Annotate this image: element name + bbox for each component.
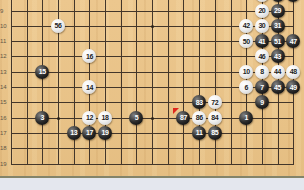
stone-move-number: 41 (258, 38, 265, 45)
stone-move-number: 56 (55, 22, 62, 29)
row-coordinate-label: 16 (0, 115, 9, 121)
stone-move-number: 31 (274, 22, 281, 29)
row-coordinate-label: 18 (0, 145, 9, 151)
row-coordinate-label: 19 (0, 161, 9, 167)
row-coordinate-label: 14 (0, 84, 9, 90)
grid-line-vertical (121, 0, 122, 165)
stone-31: 31 (271, 19, 285, 33)
stone-move-number: 29 (274, 7, 281, 14)
stone-move-number: 44 (274, 68, 281, 75)
stone-move-number: 8 (260, 68, 264, 75)
last-move-marker (173, 108, 179, 114)
stone-84: 84 (208, 111, 222, 125)
stone-move-number: 85 (211, 129, 218, 136)
stone-11: 11 (192, 126, 206, 140)
stone-move-number: 20 (258, 7, 265, 14)
stone-move-number: 14 (86, 84, 93, 91)
stone-41: 41 (255, 34, 269, 48)
stone-black (286, 0, 300, 2)
star-point (151, 117, 154, 120)
stone-move-number: 48 (290, 68, 297, 75)
stone-move-number: 5 (135, 114, 139, 121)
stone-48: 48 (286, 65, 300, 79)
stone-move-number: 12 (86, 114, 93, 121)
stone-15: 15 (35, 65, 49, 79)
stone-move-number: 18 (102, 114, 109, 121)
stone-move-number: 86 (196, 114, 203, 121)
grid-line-horizontal (11, 133, 294, 134)
stone-move-number: 1 (244, 114, 248, 121)
grid-line-horizontal (11, 102, 294, 103)
stone-move-number: 15 (39, 68, 46, 75)
row-coordinate-label: 9 (0, 8, 9, 14)
stone-72: 72 (208, 95, 222, 109)
stone-50: 50 (239, 34, 253, 48)
stone-move-number: 16 (86, 53, 93, 60)
stone-51: 51 (271, 34, 285, 48)
stone-1: 1 (239, 111, 253, 125)
stone-42: 42 (239, 19, 253, 33)
stone-29: 29 (271, 4, 285, 18)
stone-move-number: 84 (211, 114, 218, 121)
stone-6: 6 (239, 80, 253, 94)
stone-move-number: 11 (196, 129, 203, 136)
grid-line-horizontal (11, 164, 294, 165)
stone-87: 87 (176, 111, 190, 125)
stone-move-number: 6 (244, 84, 248, 91)
stone-move-number: 50 (243, 38, 250, 45)
stone-13: 13 (67, 126, 81, 140)
grid-line-vertical (11, 0, 12, 165)
grid-line-horizontal (11, 148, 294, 149)
stone-white (255, 0, 269, 2)
stone-move-number: 13 (70, 129, 77, 136)
stone-move-number: 45 (274, 84, 281, 91)
stone-move-number: 49 (290, 84, 297, 91)
stone-move-number: 10 (243, 68, 250, 75)
stone-43: 43 (271, 49, 285, 63)
row-coordinate-label: 13 (0, 69, 9, 75)
grid-line-vertical (168, 0, 169, 165)
stone-44: 44 (271, 65, 285, 79)
stone-move-number: 9 (260, 99, 264, 106)
row-coordinate-label: 11 (0, 38, 9, 44)
grid-line-vertical (27, 0, 28, 165)
row-coordinate-label: 12 (0, 53, 9, 59)
stone-move-number: 7 (260, 84, 264, 91)
go-board-app: 9101112131415161718191356789101112131415… (0, 0, 304, 190)
stone-18: 18 (98, 111, 112, 125)
stone-move-number: 51 (274, 38, 281, 45)
row-coordinate-label: 10 (0, 23, 9, 29)
star-point (151, 25, 154, 28)
stone-move-number: 3 (41, 114, 45, 121)
stone-move-number: 30 (258, 22, 265, 29)
stone-10: 10 (239, 65, 253, 79)
stone-3: 3 (35, 111, 49, 125)
stone-47: 47 (286, 34, 300, 48)
grid-line-vertical (183, 0, 184, 165)
row-coordinate-label: 17 (0, 130, 9, 136)
stone-7: 7 (255, 80, 269, 94)
grid-line-vertical (42, 0, 43, 165)
stone-20: 20 (255, 4, 269, 18)
stone-49: 49 (286, 80, 300, 94)
stone-move-number: 47 (290, 38, 297, 45)
grid-line-horizontal (11, 11, 294, 12)
star-point (57, 117, 60, 120)
stone-17: 17 (82, 126, 96, 140)
stone-30: 30 (255, 19, 269, 33)
stone-56: 56 (51, 19, 65, 33)
stone-19: 19 (98, 126, 112, 140)
stone-83: 83 (192, 95, 206, 109)
stone-move-number: 43 (274, 53, 281, 60)
stone-85: 85 (208, 126, 222, 140)
stone-move-number: 83 (196, 99, 203, 106)
row-coordinate-label: 15 (0, 99, 9, 105)
stone-12: 12 (82, 111, 96, 125)
stone-move-number: 42 (243, 22, 250, 29)
grid-line-horizontal (11, 56, 294, 57)
stone-move-number: 19 (102, 129, 109, 136)
stone-move-number: 17 (86, 129, 93, 136)
stone-9: 9 (255, 95, 269, 109)
stone-move-number: 87 (180, 114, 187, 121)
stone-14: 14 (82, 80, 96, 94)
stone-8: 8 (255, 65, 269, 79)
stone-45: 45 (271, 80, 285, 94)
stone-46: 46 (255, 49, 269, 63)
grid-line-vertical (231, 0, 232, 165)
stone-move-number: 72 (211, 99, 218, 106)
stone-86: 86 (192, 111, 206, 125)
stone-16: 16 (82, 49, 96, 63)
stone-5: 5 (129, 111, 143, 125)
stone-move-number: 46 (258, 53, 265, 60)
footer-strip (0, 178, 304, 190)
grid-line-vertical (136, 0, 137, 165)
stone-black (271, 0, 285, 2)
